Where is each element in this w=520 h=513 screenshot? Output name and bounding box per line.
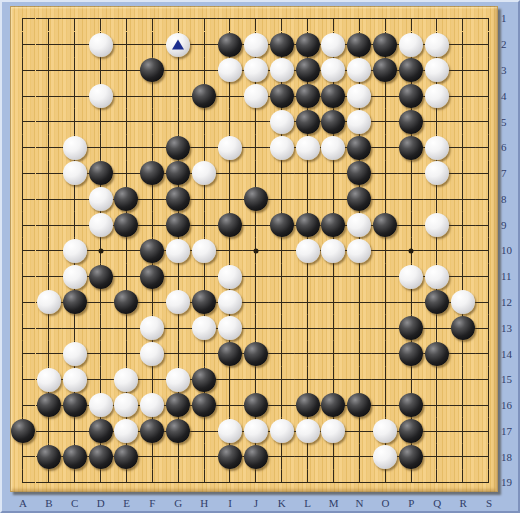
board-intersection[interactable] — [36, 161, 62, 187]
board-intersection[interactable] — [321, 161, 347, 187]
board-intersection[interactable] — [398, 135, 424, 161]
board-intersection[interactable] — [372, 6, 398, 32]
board-intersection[interactable] — [346, 418, 372, 444]
board-intersection[interactable] — [295, 315, 321, 341]
board-intersection[interactable] — [139, 264, 165, 290]
board-intersection[interactable] — [269, 470, 295, 496]
board-intersection[interactable] — [450, 109, 476, 135]
board-intersection[interactable] — [243, 367, 269, 393]
board-intersection[interactable] — [424, 83, 450, 109]
board-intersection[interactable] — [139, 470, 165, 496]
board-intersection[interactable] — [424, 315, 450, 341]
board-intersection[interactable] — [295, 238, 321, 264]
board-intersection[interactable] — [424, 418, 450, 444]
board-intersection[interactable] — [165, 264, 191, 290]
board-intersection[interactable] — [346, 264, 372, 290]
board-intersection[interactable] — [450, 367, 476, 393]
board-intersection[interactable] — [62, 6, 88, 32]
board-intersection[interactable] — [476, 161, 502, 187]
board-intersection[interactable] — [424, 161, 450, 187]
board-intersection[interactable] — [139, 6, 165, 32]
board-intersection[interactable] — [243, 315, 269, 341]
board-intersection[interactable] — [398, 83, 424, 109]
board-intersection[interactable] — [139, 32, 165, 58]
board-intersection[interactable] — [62, 186, 88, 212]
board-intersection[interactable] — [139, 161, 165, 187]
board-intersection[interactable] — [450, 161, 476, 187]
board-intersection[interactable] — [269, 367, 295, 393]
board-intersection[interactable] — [450, 135, 476, 161]
board-intersection[interactable] — [217, 238, 243, 264]
board-intersection[interactable] — [346, 32, 372, 58]
board-intersection[interactable] — [476, 264, 502, 290]
board-intersection[interactable] — [450, 418, 476, 444]
board-intersection[interactable] — [346, 444, 372, 470]
board-intersection[interactable] — [243, 212, 269, 238]
board-intersection[interactable] — [36, 186, 62, 212]
board-intersection[interactable] — [191, 212, 217, 238]
board-intersection[interactable] — [114, 109, 140, 135]
board-intersection[interactable] — [269, 109, 295, 135]
board-intersection[interactable] — [217, 264, 243, 290]
board-intersection[interactable] — [321, 6, 347, 32]
board-intersection[interactable] — [165, 444, 191, 470]
board-intersection[interactable] — [243, 6, 269, 32]
board-intersection[interactable] — [165, 161, 191, 187]
board-intersection[interactable] — [10, 392, 36, 418]
board-intersection[interactable] — [398, 32, 424, 58]
board-intersection[interactable] — [269, 418, 295, 444]
board-intersection[interactable] — [139, 444, 165, 470]
board-intersection[interactable] — [10, 418, 36, 444]
board-intersection[interactable] — [346, 186, 372, 212]
board-intersection[interactable] — [217, 6, 243, 32]
board-intersection[interactable] — [295, 418, 321, 444]
board-intersection[interactable] — [165, 109, 191, 135]
board-intersection[interactable] — [450, 392, 476, 418]
board-intersection[interactable] — [139, 367, 165, 393]
board-intersection[interactable] — [476, 289, 502, 315]
board-intersection[interactable] — [114, 83, 140, 109]
board-intersection[interactable] — [62, 83, 88, 109]
board-intersection[interactable] — [321, 186, 347, 212]
board-intersection[interactable] — [243, 392, 269, 418]
board-intersection[interactable] — [321, 418, 347, 444]
board-intersection[interactable] — [243, 238, 269, 264]
board-intersection[interactable] — [165, 470, 191, 496]
board-intersection[interactable] — [269, 341, 295, 367]
board-intersection[interactable] — [476, 470, 502, 496]
board-intersection[interactable] — [450, 58, 476, 84]
board-intersection[interactable] — [398, 58, 424, 84]
board-intersection[interactable] — [372, 135, 398, 161]
board-intersection[interactable] — [476, 238, 502, 264]
board-intersection[interactable] — [191, 32, 217, 58]
board-intersection[interactable] — [191, 58, 217, 84]
board-intersection[interactable] — [424, 109, 450, 135]
board-intersection[interactable] — [139, 341, 165, 367]
board-intersection[interactable] — [88, 186, 114, 212]
board-intersection[interactable] — [191, 470, 217, 496]
board-intersection[interactable] — [36, 341, 62, 367]
board-intersection[interactable] — [88, 392, 114, 418]
board-intersection[interactable] — [217, 161, 243, 187]
board-intersection[interactable] — [346, 367, 372, 393]
board-intersection[interactable] — [88, 58, 114, 84]
board-intersection[interactable] — [476, 315, 502, 341]
board-intersection[interactable] — [295, 341, 321, 367]
board-intersection[interactable] — [165, 315, 191, 341]
board-intersection[interactable] — [10, 6, 36, 32]
board-intersection[interactable] — [295, 212, 321, 238]
board-intersection[interactable] — [114, 161, 140, 187]
board-intersection[interactable] — [217, 444, 243, 470]
board-intersection[interactable] — [36, 444, 62, 470]
board-intersection[interactable] — [36, 289, 62, 315]
board-intersection[interactable] — [88, 212, 114, 238]
board-intersection[interactable] — [372, 58, 398, 84]
board-intersection[interactable] — [10, 341, 36, 367]
board-intersection[interactable] — [372, 444, 398, 470]
board-intersection[interactable] — [139, 58, 165, 84]
board-intersection[interactable] — [476, 341, 502, 367]
board-intersection[interactable] — [243, 161, 269, 187]
board-intersection[interactable] — [243, 289, 269, 315]
board-intersection[interactable] — [295, 470, 321, 496]
board-intersection[interactable] — [295, 83, 321, 109]
board-intersection[interactable] — [450, 470, 476, 496]
board-intersection[interactable] — [114, 289, 140, 315]
board-intersection[interactable] — [88, 6, 114, 32]
board-intersection[interactable] — [295, 135, 321, 161]
board-intersection[interactable] — [139, 186, 165, 212]
board-intersection[interactable] — [450, 315, 476, 341]
board-intersection[interactable] — [321, 264, 347, 290]
board-intersection[interactable] — [321, 470, 347, 496]
board-intersection[interactable] — [424, 32, 450, 58]
board-intersection[interactable] — [321, 315, 347, 341]
board-intersection[interactable] — [269, 444, 295, 470]
board-intersection[interactable] — [36, 58, 62, 84]
board-intersection[interactable] — [269, 135, 295, 161]
board-intersection[interactable] — [10, 444, 36, 470]
board-intersection[interactable] — [88, 83, 114, 109]
board-intersection[interactable] — [295, 264, 321, 290]
board-intersection[interactable] — [191, 289, 217, 315]
board-intersection[interactable] — [398, 186, 424, 212]
board-intersection[interactable] — [295, 109, 321, 135]
board-intersection[interactable] — [424, 289, 450, 315]
board-intersection[interactable] — [217, 109, 243, 135]
board-intersection[interactable] — [62, 58, 88, 84]
board-intersection[interactable] — [450, 6, 476, 32]
board-intersection[interactable] — [114, 341, 140, 367]
board-intersection[interactable] — [321, 212, 347, 238]
board-intersection[interactable] — [36, 264, 62, 290]
board-intersection[interactable] — [217, 212, 243, 238]
board-intersection[interactable] — [217, 470, 243, 496]
board-intersection[interactable] — [346, 135, 372, 161]
board-intersection[interactable] — [295, 32, 321, 58]
board-intersection[interactable] — [295, 161, 321, 187]
board-intersection[interactable] — [10, 367, 36, 393]
board-intersection[interactable] — [321, 83, 347, 109]
board-intersection[interactable] — [191, 392, 217, 418]
board-intersection[interactable] — [88, 315, 114, 341]
board-intersection[interactable] — [217, 341, 243, 367]
board-intersection[interactable] — [114, 6, 140, 32]
board-intersection[interactable] — [165, 367, 191, 393]
board-intersection[interactable] — [217, 315, 243, 341]
board-intersection[interactable] — [165, 289, 191, 315]
board-intersection[interactable] — [424, 392, 450, 418]
board-intersection[interactable] — [10, 161, 36, 187]
board-intersection[interactable] — [62, 418, 88, 444]
board-intersection[interactable] — [450, 264, 476, 290]
board-intersection[interactable] — [243, 32, 269, 58]
board-intersection[interactable] — [372, 109, 398, 135]
board-intersection[interactable] — [295, 392, 321, 418]
board-intersection[interactable] — [10, 109, 36, 135]
board-intersection[interactable] — [372, 83, 398, 109]
board-intersection[interactable] — [269, 289, 295, 315]
board-intersection[interactable] — [372, 264, 398, 290]
board-intersection[interactable] — [114, 135, 140, 161]
board-intersection[interactable] — [62, 264, 88, 290]
board-intersection[interactable] — [62, 212, 88, 238]
board-intersection[interactable] — [139, 315, 165, 341]
board-intersection[interactable] — [424, 238, 450, 264]
board-intersection[interactable] — [269, 186, 295, 212]
board-intersection[interactable] — [372, 32, 398, 58]
board-intersection[interactable] — [476, 444, 502, 470]
board-intersection[interactable] — [217, 367, 243, 393]
board-intersection[interactable] — [398, 418, 424, 444]
board-intersection[interactable] — [372, 367, 398, 393]
board-intersection[interactable] — [243, 83, 269, 109]
board-intersection[interactable] — [36, 212, 62, 238]
board-intersection[interactable] — [10, 135, 36, 161]
board-intersection[interactable] — [10, 186, 36, 212]
board-intersection[interactable] — [114, 264, 140, 290]
board-intersection[interactable] — [88, 264, 114, 290]
board-intersection[interactable] — [450, 212, 476, 238]
board-intersection[interactable] — [62, 109, 88, 135]
board-intersection[interactable] — [269, 58, 295, 84]
board-intersection[interactable] — [450, 341, 476, 367]
board-intersection[interactable] — [346, 109, 372, 135]
board-intersection[interactable] — [62, 392, 88, 418]
board-intersection[interactable] — [372, 392, 398, 418]
board-intersection[interactable] — [191, 418, 217, 444]
board-intersection[interactable] — [217, 289, 243, 315]
board-intersection[interactable] — [269, 83, 295, 109]
board-intersection[interactable] — [476, 418, 502, 444]
board-intersection[interactable] — [295, 289, 321, 315]
board-intersection[interactable] — [114, 58, 140, 84]
board-intersection[interactable] — [36, 6, 62, 32]
board-intersection[interactable] — [62, 470, 88, 496]
board-intersection[interactable] — [165, 135, 191, 161]
board-intersection[interactable] — [476, 367, 502, 393]
board-intersection[interactable] — [321, 392, 347, 418]
board-intersection[interactable] — [372, 418, 398, 444]
board-intersection[interactable] — [372, 212, 398, 238]
board-intersection[interactable] — [191, 315, 217, 341]
board-intersection[interactable] — [114, 186, 140, 212]
board-intersection[interactable] — [165, 58, 191, 84]
board-intersection[interactable] — [269, 238, 295, 264]
board-intersection[interactable] — [295, 367, 321, 393]
board-intersection[interactable] — [243, 418, 269, 444]
board-intersection[interactable] — [88, 418, 114, 444]
board-intersection[interactable] — [191, 367, 217, 393]
board-intersection[interactable] — [62, 161, 88, 187]
board-intersection[interactable] — [62, 289, 88, 315]
board-intersection[interactable] — [62, 315, 88, 341]
board-intersection[interactable] — [165, 418, 191, 444]
board-intersection[interactable] — [36, 315, 62, 341]
board-intersection[interactable] — [450, 238, 476, 264]
board-intersection[interactable] — [476, 212, 502, 238]
board-intersection[interactable] — [36, 470, 62, 496]
board-intersection[interactable] — [424, 470, 450, 496]
board-intersection[interactable] — [217, 58, 243, 84]
board-intersection[interactable] — [476, 392, 502, 418]
board-intersection[interactable] — [114, 32, 140, 58]
board-intersection[interactable] — [165, 83, 191, 109]
board-intersection[interactable] — [398, 367, 424, 393]
board-intersection[interactable] — [295, 186, 321, 212]
board-intersection[interactable] — [10, 58, 36, 84]
board-intersection[interactable] — [450, 444, 476, 470]
board-intersection[interactable] — [36, 367, 62, 393]
board-intersection[interactable] — [62, 444, 88, 470]
board-intersection[interactable] — [139, 83, 165, 109]
board-intersection[interactable] — [450, 83, 476, 109]
board-intersection[interactable] — [372, 161, 398, 187]
board-intersection[interactable] — [36, 392, 62, 418]
board-intersection[interactable] — [346, 83, 372, 109]
board-intersection[interactable] — [424, 444, 450, 470]
board-intersection[interactable] — [165, 212, 191, 238]
board-intersection[interactable] — [10, 238, 36, 264]
board-intersection[interactable] — [424, 264, 450, 290]
board-intersection[interactable] — [191, 186, 217, 212]
board-intersection[interactable] — [398, 238, 424, 264]
board-intersection[interactable] — [191, 83, 217, 109]
board-intersection[interactable] — [424, 186, 450, 212]
board-intersection[interactable] — [321, 341, 347, 367]
board-intersection[interactable] — [88, 444, 114, 470]
board-intersection[interactable] — [88, 238, 114, 264]
board-intersection[interactable] — [243, 341, 269, 367]
board-intersection[interactable] — [346, 470, 372, 496]
board-intersection[interactable] — [424, 212, 450, 238]
board-intersection[interactable] — [191, 341, 217, 367]
board-intersection[interactable] — [165, 392, 191, 418]
board-intersection[interactable] — [450, 289, 476, 315]
board-intersection[interactable] — [114, 315, 140, 341]
board-intersection[interactable] — [346, 341, 372, 367]
board-intersection[interactable] — [372, 470, 398, 496]
board-intersection[interactable] — [88, 367, 114, 393]
board-intersection[interactable] — [346, 161, 372, 187]
board-intersection[interactable] — [269, 161, 295, 187]
board-intersection[interactable] — [346, 212, 372, 238]
board-intersection[interactable] — [321, 289, 347, 315]
board-intersection[interactable] — [10, 289, 36, 315]
board-intersection[interactable] — [114, 418, 140, 444]
board-intersection[interactable] — [36, 418, 62, 444]
board-intersection[interactable] — [321, 135, 347, 161]
board-intersection[interactable] — [10, 212, 36, 238]
board-intersection[interactable] — [424, 58, 450, 84]
board-intersection[interactable] — [10, 315, 36, 341]
board-intersection[interactable] — [217, 135, 243, 161]
board-intersection[interactable] — [243, 135, 269, 161]
board-intersection[interactable] — [139, 289, 165, 315]
board-intersection[interactable] — [114, 367, 140, 393]
board-intersection[interactable] — [346, 58, 372, 84]
board-intersection[interactable] — [88, 289, 114, 315]
board-intersection[interactable] — [191, 264, 217, 290]
board-intersection[interactable] — [269, 264, 295, 290]
board-intersection[interactable] — [346, 6, 372, 32]
board-intersection[interactable] — [10, 264, 36, 290]
board-intersection[interactable] — [398, 264, 424, 290]
board-intersection[interactable] — [346, 289, 372, 315]
board-intersection[interactable] — [88, 341, 114, 367]
board-intersection[interactable] — [191, 444, 217, 470]
board-intersection[interactable] — [398, 315, 424, 341]
board-intersection[interactable] — [191, 109, 217, 135]
board-intersection[interactable] — [476, 58, 502, 84]
board-intersection[interactable] — [165, 186, 191, 212]
board-intersection[interactable] — [346, 315, 372, 341]
board-intersection[interactable] — [243, 444, 269, 470]
board-intersection[interactable] — [36, 135, 62, 161]
board-intersection[interactable] — [139, 135, 165, 161]
board-intersection[interactable] — [191, 161, 217, 187]
board-intersection[interactable] — [398, 109, 424, 135]
board-intersection[interactable] — [243, 470, 269, 496]
board-intersection[interactable] — [269, 32, 295, 58]
board-intersection[interactable] — [450, 32, 476, 58]
board-intersection[interactable] — [62, 135, 88, 161]
board-intersection[interactable] — [114, 470, 140, 496]
board-intersection[interactable] — [217, 32, 243, 58]
board-intersection[interactable] — [476, 32, 502, 58]
board-intersection[interactable] — [139, 392, 165, 418]
board-intersection[interactable] — [114, 238, 140, 264]
board-intersection[interactable] — [476, 6, 502, 32]
board-intersection[interactable] — [36, 83, 62, 109]
board-intersection[interactable] — [10, 32, 36, 58]
board-intersection[interactable] — [114, 444, 140, 470]
board-intersection[interactable] — [191, 238, 217, 264]
board-intersection[interactable] — [476, 83, 502, 109]
board-intersection[interactable] — [217, 392, 243, 418]
board-intersection[interactable] — [269, 212, 295, 238]
board-intersection[interactable] — [424, 6, 450, 32]
board-intersection[interactable] — [346, 238, 372, 264]
board-intersection[interactable] — [62, 32, 88, 58]
board-intersection[interactable] — [88, 161, 114, 187]
board-intersection[interactable] — [62, 238, 88, 264]
board-intersection[interactable] — [398, 6, 424, 32]
board-intersection[interactable] — [424, 341, 450, 367]
